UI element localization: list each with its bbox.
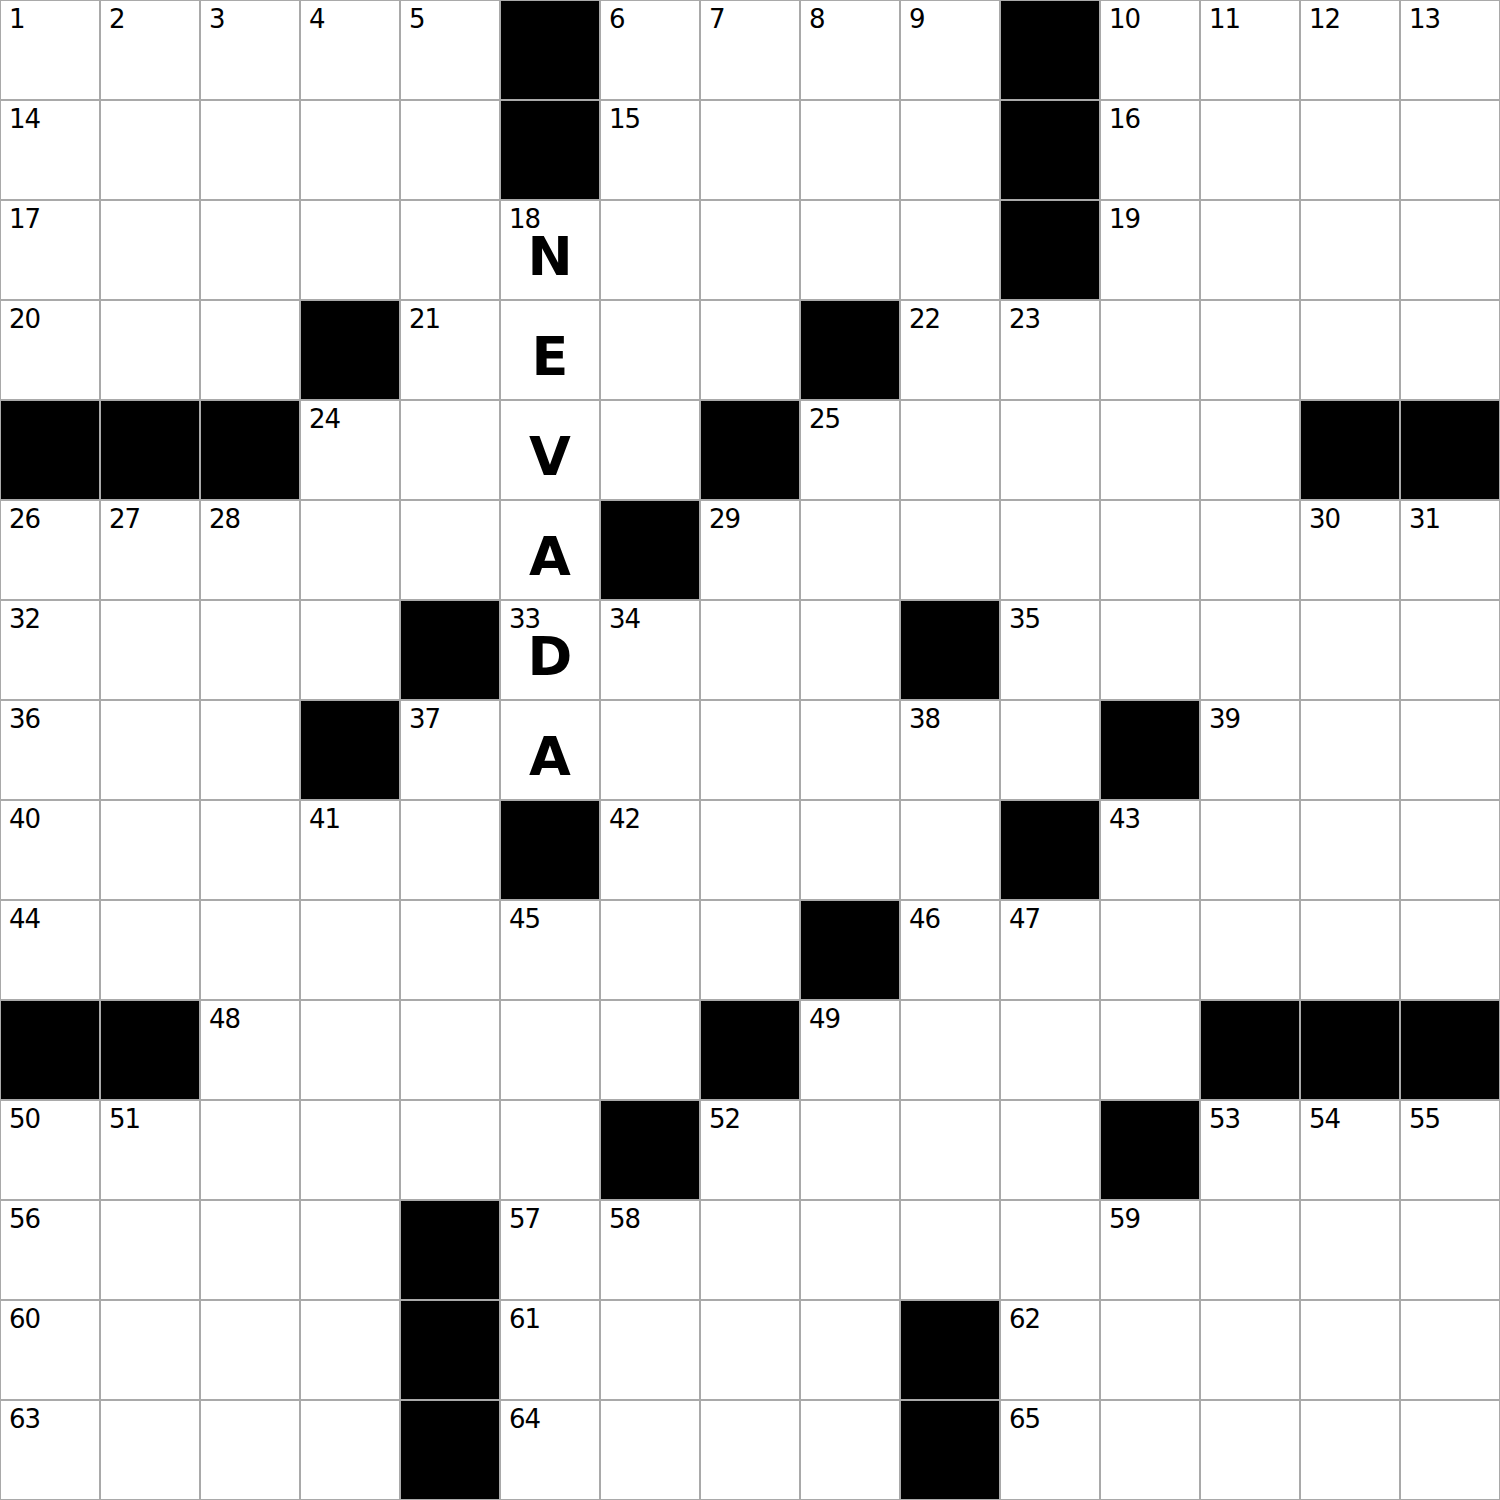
clue-number: 17 — [9, 205, 40, 234]
black-cell — [1400, 1000, 1500, 1100]
white-cell[interactable]: 44 — [0, 900, 100, 1000]
white-cell[interactable] — [200, 700, 300, 800]
white-cell[interactable] — [200, 600, 300, 700]
white-cell[interactable]: 16 — [1100, 100, 1200, 200]
black-cell — [900, 1400, 1000, 1500]
cell-letter: N — [501, 201, 599, 299]
white-cell[interactable] — [1200, 600, 1300, 700]
clue-number: 12 — [1309, 5, 1340, 34]
clue-number: 37 — [409, 705, 440, 734]
black-cell — [1300, 400, 1400, 500]
white-cell[interactable]: 50 — [0, 1100, 100, 1200]
white-cell[interactable]: 6 — [600, 0, 700, 100]
white-cell[interactable] — [300, 500, 400, 600]
black-cell — [500, 800, 600, 900]
white-cell[interactable] — [400, 500, 500, 600]
cell-letter: V — [501, 401, 599, 499]
white-cell[interactable]: 41 — [300, 800, 400, 900]
white-cell[interactable] — [1200, 800, 1300, 900]
clue-number: 21 — [409, 305, 440, 334]
white-cell[interactable] — [1200, 1400, 1300, 1500]
clue-number: 58 — [609, 1205, 640, 1234]
black-cell — [1000, 0, 1100, 100]
white-cell[interactable] — [400, 200, 500, 300]
white-cell[interactable]: 2 — [100, 0, 200, 100]
black-cell — [1400, 400, 1500, 500]
clue-number: 56 — [9, 1205, 40, 1234]
white-cell[interactable]: 51 — [100, 1100, 200, 1200]
white-cell[interactable]: 29 — [700, 500, 800, 600]
white-cell[interactable]: 62 — [1000, 1300, 1100, 1400]
white-cell[interactable] — [100, 600, 200, 700]
white-cell[interactable]: 40 — [0, 800, 100, 900]
white-cell[interactable]: 32 — [0, 600, 100, 700]
white-cell[interactable]: 43 — [1100, 800, 1200, 900]
clue-number: 2 — [109, 5, 125, 34]
black-cell — [1000, 100, 1100, 200]
white-cell[interactable] — [1300, 300, 1400, 400]
clue-number: 4 — [309, 5, 325, 34]
clue-number: 15 — [609, 105, 640, 134]
white-cell[interactable] — [1300, 900, 1400, 1000]
black-cell — [700, 1000, 800, 1100]
white-cell[interactable]: 13 — [1400, 0, 1500, 100]
white-cell[interactable] — [1200, 1300, 1300, 1400]
white-cell[interactable]: 20 — [0, 300, 100, 400]
clue-number: 49 — [809, 1005, 840, 1034]
white-cell[interactable] — [1300, 700, 1400, 800]
white-cell[interactable] — [900, 800, 1000, 900]
white-cell[interactable]: 28 — [200, 500, 300, 600]
white-cell[interactable] — [800, 800, 900, 900]
clue-number: 35 — [1009, 605, 1040, 634]
clue-number: 65 — [1009, 1405, 1040, 1434]
white-cell[interactable] — [300, 200, 400, 300]
white-cell[interactable]: 39 — [1200, 700, 1300, 800]
cell-letter: E — [501, 301, 599, 399]
clue-number: 20 — [9, 305, 40, 334]
white-cell[interactable] — [800, 1400, 900, 1500]
clue-number: 54 — [1309, 1105, 1340, 1134]
white-cell[interactable] — [200, 1300, 300, 1400]
white-cell[interactable]: 5 — [400, 0, 500, 100]
white-cell[interactable] — [600, 1300, 700, 1400]
white-cell[interactable] — [900, 1200, 1000, 1300]
cell-letter: A — [501, 501, 599, 599]
white-cell[interactable] — [1100, 600, 1200, 700]
white-cell[interactable]: 49 — [800, 1000, 900, 1100]
black-cell — [100, 400, 200, 500]
white-cell[interactable]: 42 — [600, 800, 700, 900]
black-cell — [1100, 700, 1200, 800]
clue-number: 27 — [109, 505, 140, 534]
clue-number: 62 — [1009, 1305, 1040, 1334]
clue-number: 7 — [709, 5, 725, 34]
white-cell[interactable] — [900, 1000, 1000, 1100]
white-cell[interactable] — [800, 200, 900, 300]
white-cell[interactable] — [1300, 1300, 1400, 1400]
white-cell[interactable] — [200, 200, 300, 300]
clue-number: 22 — [909, 305, 940, 334]
black-cell — [400, 1200, 500, 1300]
clue-number: 28 — [209, 505, 240, 534]
white-cell[interactable]: 31 — [1400, 500, 1500, 600]
white-cell[interactable]: 1 — [0, 0, 100, 100]
white-cell[interactable]: 12 — [1300, 0, 1400, 100]
clue-number: 11 — [1209, 5, 1240, 34]
white-cell[interactable] — [100, 1400, 200, 1500]
white-cell[interactable]: 18N — [500, 200, 600, 300]
clue-number: 42 — [609, 805, 640, 834]
black-cell — [500, 0, 600, 100]
white-cell[interactable] — [1300, 1400, 1400, 1500]
black-cell — [1300, 1000, 1400, 1100]
white-cell[interactable] — [1400, 900, 1500, 1000]
black-cell — [1200, 1000, 1300, 1100]
white-cell[interactable] — [600, 1400, 700, 1500]
black-cell — [1000, 800, 1100, 900]
white-cell[interactable]: 7 — [700, 0, 800, 100]
white-cell[interactable] — [400, 100, 500, 200]
white-cell[interactable] — [300, 1000, 400, 1100]
clue-number: 31 — [1409, 505, 1440, 534]
black-cell — [900, 600, 1000, 700]
clue-number: 34 — [609, 605, 640, 634]
white-cell[interactable]: 25 — [800, 400, 900, 500]
white-cell[interactable]: 38 — [900, 700, 1000, 800]
white-cell[interactable] — [200, 300, 300, 400]
clue-number: 25 — [809, 405, 840, 434]
white-cell[interactable] — [300, 1400, 400, 1500]
white-cell[interactable]: 17 — [0, 200, 100, 300]
white-cell[interactable] — [600, 200, 700, 300]
white-cell[interactable] — [100, 300, 200, 400]
white-cell[interactable]: 24 — [300, 400, 400, 500]
white-cell[interactable]: 37 — [400, 700, 500, 800]
white-cell[interactable]: 35 — [1000, 600, 1100, 700]
white-cell[interactable] — [400, 900, 500, 1000]
white-cell[interactable] — [800, 600, 900, 700]
white-cell[interactable] — [1300, 1200, 1400, 1300]
white-cell[interactable] — [1400, 200, 1500, 300]
white-cell[interactable] — [300, 1300, 400, 1400]
white-cell[interactable] — [100, 1200, 200, 1300]
black-cell — [700, 400, 800, 500]
white-cell[interactable]: 27 — [100, 500, 200, 600]
clue-number: 19 — [1109, 205, 1140, 234]
white-cell[interactable] — [1300, 100, 1400, 200]
white-cell[interactable]: 23 — [1000, 300, 1100, 400]
white-cell[interactable] — [400, 400, 500, 500]
white-cell[interactable] — [300, 100, 400, 200]
clue-number: 6 — [609, 5, 625, 34]
white-cell[interactable]: 61 — [500, 1300, 600, 1400]
white-cell[interactable]: A — [500, 700, 600, 800]
white-cell[interactable]: 60 — [0, 1300, 100, 1400]
white-cell[interactable] — [1400, 1400, 1500, 1500]
clue-number: 60 — [9, 1305, 40, 1334]
white-cell[interactable]: 53 — [1200, 1100, 1300, 1200]
clue-number: 29 — [709, 505, 740, 534]
black-cell — [400, 1400, 500, 1500]
white-cell[interactable]: 36 — [0, 700, 100, 800]
white-cell[interactable] — [500, 1000, 600, 1100]
white-cell[interactable] — [1400, 600, 1500, 700]
clue-number: 48 — [209, 1005, 240, 1034]
white-cell[interactable] — [900, 200, 1000, 300]
white-cell[interactable] — [900, 1100, 1000, 1200]
clue-number: 3 — [209, 5, 225, 34]
white-cell[interactable] — [1100, 400, 1200, 500]
white-cell[interactable] — [1200, 300, 1300, 400]
white-cell[interactable] — [1400, 1200, 1500, 1300]
clue-number: 14 — [9, 105, 40, 134]
white-cell[interactable] — [200, 1200, 300, 1300]
white-cell[interactable]: A — [500, 500, 600, 600]
white-cell[interactable] — [600, 700, 700, 800]
clue-number: 63 — [9, 1405, 40, 1434]
white-cell[interactable] — [600, 300, 700, 400]
white-cell[interactable]: 52 — [700, 1100, 800, 1200]
white-cell[interactable] — [500, 1100, 600, 1200]
white-cell[interactable] — [600, 1000, 700, 1100]
clue-number: 38 — [909, 705, 940, 734]
black-cell — [0, 400, 100, 500]
white-cell[interactable]: 21 — [400, 300, 500, 400]
clue-number: 1 — [9, 5, 25, 34]
white-cell[interactable] — [800, 1100, 900, 1200]
white-cell[interactable]: 8 — [800, 0, 900, 100]
clue-number: 59 — [1109, 1205, 1140, 1234]
white-cell[interactable] — [1100, 1000, 1200, 1100]
black-cell — [900, 1300, 1000, 1400]
white-cell[interactable] — [200, 100, 300, 200]
white-cell[interactable] — [700, 800, 800, 900]
white-cell[interactable] — [1200, 200, 1300, 300]
white-cell[interactable]: 19 — [1100, 200, 1200, 300]
white-cell[interactable]: E — [500, 300, 600, 400]
white-cell[interactable] — [600, 400, 700, 500]
white-cell[interactable] — [1000, 1000, 1100, 1100]
clue-number: 55 — [1409, 1105, 1440, 1134]
white-cell[interactable]: 11 — [1200, 0, 1300, 100]
white-cell[interactable] — [700, 100, 800, 200]
clue-number: 53 — [1209, 1105, 1240, 1134]
white-cell[interactable] — [1000, 1100, 1100, 1200]
white-cell[interactable] — [300, 1100, 400, 1200]
white-cell[interactable] — [800, 700, 900, 800]
clue-number: 41 — [309, 805, 340, 834]
white-cell[interactable] — [1400, 100, 1500, 200]
clue-number: 32 — [9, 605, 40, 634]
white-cell[interactable] — [800, 1200, 900, 1300]
clue-number: 43 — [1109, 805, 1140, 834]
black-cell — [400, 600, 500, 700]
white-cell[interactable] — [1000, 500, 1100, 600]
white-cell[interactable]: 63 — [0, 1400, 100, 1500]
clue-number: 13 — [1409, 5, 1440, 34]
white-cell[interactable] — [200, 1400, 300, 1500]
white-cell[interactable] — [100, 800, 200, 900]
white-cell[interactable] — [1100, 500, 1200, 600]
white-cell[interactable] — [1100, 1300, 1200, 1400]
clue-number: 24 — [309, 405, 340, 434]
white-cell[interactable] — [100, 700, 200, 800]
white-cell[interactable] — [200, 1100, 300, 1200]
white-cell[interactable] — [700, 300, 800, 400]
white-cell[interactable] — [1200, 100, 1300, 200]
white-cell[interactable] — [700, 1400, 800, 1500]
black-cell — [100, 1000, 200, 1100]
black-cell — [1100, 1100, 1200, 1200]
white-cell[interactable]: 10 — [1100, 0, 1200, 100]
white-cell[interactable]: 57 — [500, 1200, 600, 1300]
black-cell — [600, 500, 700, 600]
white-cell[interactable]: 46 — [900, 900, 1000, 1000]
clue-number: 64 — [509, 1405, 540, 1434]
black-cell — [0, 1000, 100, 1100]
white-cell[interactable] — [700, 900, 800, 1000]
white-cell[interactable]: 58 — [600, 1200, 700, 1300]
white-cell[interactable] — [1400, 1300, 1500, 1400]
white-cell[interactable]: 30 — [1300, 500, 1400, 600]
white-cell[interactable] — [1100, 1400, 1200, 1500]
black-cell — [600, 1100, 700, 1200]
white-cell[interactable] — [800, 100, 900, 200]
white-cell[interactable] — [300, 600, 400, 700]
black-cell — [300, 300, 400, 400]
white-cell[interactable] — [1400, 700, 1500, 800]
clue-number: 45 — [509, 905, 540, 934]
clue-number: 16 — [1109, 105, 1140, 134]
white-cell[interactable]: 33D — [500, 600, 600, 700]
white-cell[interactable] — [700, 700, 800, 800]
white-cell[interactable] — [1200, 1200, 1300, 1300]
white-cell[interactable] — [1000, 1200, 1100, 1300]
white-cell[interactable]: 55 — [1400, 1100, 1500, 1200]
clue-number: 39 — [1209, 705, 1240, 734]
white-cell[interactable]: 9 — [900, 0, 1000, 100]
white-cell[interactable] — [100, 900, 200, 1000]
white-cell[interactable] — [100, 100, 200, 200]
clue-number: 10 — [1109, 5, 1140, 34]
white-cell[interactable] — [100, 200, 200, 300]
clue-number: 61 — [509, 1305, 540, 1334]
black-cell — [800, 900, 900, 1000]
white-cell[interactable] — [1300, 800, 1400, 900]
white-cell[interactable] — [200, 900, 300, 1000]
white-cell[interactable] — [700, 600, 800, 700]
clue-number: 51 — [109, 1105, 140, 1134]
white-cell[interactable]: 22 — [900, 300, 1000, 400]
clue-number: 47 — [1009, 905, 1040, 934]
black-cell — [800, 300, 900, 400]
white-cell[interactable] — [800, 500, 900, 600]
white-cell[interactable] — [1000, 400, 1100, 500]
white-cell[interactable]: 47 — [1000, 900, 1100, 1000]
black-cell — [300, 700, 400, 800]
white-cell[interactable] — [1400, 300, 1500, 400]
white-cell[interactable] — [900, 500, 1000, 600]
white-cell[interactable] — [1400, 800, 1500, 900]
white-cell[interactable] — [700, 1200, 800, 1300]
clue-number: 36 — [9, 705, 40, 734]
white-cell[interactable] — [700, 200, 800, 300]
clue-number: 40 — [9, 805, 40, 834]
white-cell[interactable] — [300, 1200, 400, 1300]
white-cell[interactable]: 15 — [600, 100, 700, 200]
white-cell[interactable] — [900, 400, 1000, 500]
white-cell[interactable] — [400, 800, 500, 900]
white-cell[interactable] — [1200, 500, 1300, 600]
black-cell — [1000, 200, 1100, 300]
white-cell[interactable]: 3 — [200, 0, 300, 100]
clue-number: 50 — [9, 1105, 40, 1134]
white-cell[interactable] — [700, 1300, 800, 1400]
cell-letter: A — [501, 701, 599, 799]
white-cell[interactable] — [1200, 400, 1300, 500]
black-cell — [400, 1300, 500, 1400]
white-cell[interactable]: 65 — [1000, 1400, 1100, 1500]
clue-number: 8 — [809, 5, 825, 34]
white-cell[interactable] — [100, 1300, 200, 1400]
white-cell[interactable]: V — [500, 400, 600, 500]
white-cell[interactable]: 26 — [0, 500, 100, 600]
crossword-grid: 123456789101112131415161718N192021E22232… — [0, 0, 1500, 1500]
white-cell[interactable] — [300, 900, 400, 1000]
white-cell[interactable]: 48 — [200, 1000, 300, 1100]
white-cell[interactable]: 4 — [300, 0, 400, 100]
white-cell[interactable] — [1200, 900, 1300, 1000]
white-cell[interactable] — [600, 900, 700, 1000]
cell-letter: D — [501, 601, 599, 699]
white-cell[interactable] — [1100, 300, 1200, 400]
clue-number: 44 — [9, 905, 40, 934]
white-cell[interactable]: 56 — [0, 1200, 100, 1300]
clue-number: 52 — [709, 1105, 740, 1134]
white-cell[interactable] — [400, 1000, 500, 1100]
white-cell[interactable]: 59 — [1100, 1200, 1200, 1300]
white-cell[interactable]: 64 — [500, 1400, 600, 1500]
white-cell[interactable] — [1300, 200, 1400, 300]
clue-number: 9 — [909, 5, 925, 34]
clue-number: 26 — [9, 505, 40, 534]
clue-number: 57 — [509, 1205, 540, 1234]
white-cell[interactable] — [400, 1100, 500, 1200]
white-cell[interactable] — [1100, 900, 1200, 1000]
clue-number: 5 — [409, 5, 425, 34]
white-cell[interactable] — [900, 100, 1000, 200]
white-cell[interactable]: 45 — [500, 900, 600, 1000]
white-cell[interactable]: 34 — [600, 600, 700, 700]
clue-number: 30 — [1309, 505, 1340, 534]
white-cell[interactable] — [800, 1300, 900, 1400]
black-cell — [200, 400, 300, 500]
white-cell[interactable]: 54 — [1300, 1100, 1400, 1200]
clue-number: 23 — [1009, 305, 1040, 334]
white-cell[interactable] — [1000, 700, 1100, 800]
white-cell[interactable] — [1300, 600, 1400, 700]
clue-number: 46 — [909, 905, 940, 934]
white-cell[interactable] — [200, 800, 300, 900]
black-cell — [500, 100, 600, 200]
white-cell[interactable]: 14 — [0, 100, 100, 200]
